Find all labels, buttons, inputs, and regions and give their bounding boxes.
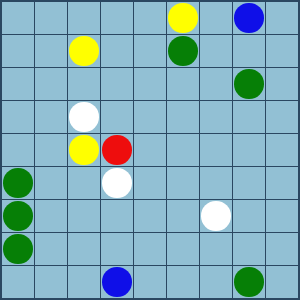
- cell-r6-c6[interactable]: [200, 200, 232, 232]
- piece-green[interactable]: [168, 36, 197, 65]
- cell-r4-c7[interactable]: [233, 134, 265, 166]
- cell-r7-c5[interactable]: [167, 233, 199, 265]
- cell-r1-c6[interactable]: [200, 35, 232, 67]
- cell-r0-c2[interactable]: [68, 2, 100, 34]
- cell-r0-c7[interactable]: [233, 2, 265, 34]
- cell-r2-c5[interactable]: [167, 68, 199, 100]
- cell-r7-c3[interactable]: [101, 233, 133, 265]
- cell-r3-c3[interactable]: [101, 101, 133, 133]
- cell-r4-c3[interactable]: [101, 134, 133, 166]
- piece-white[interactable]: [102, 168, 131, 197]
- cell-r3-c1[interactable]: [35, 101, 67, 133]
- cell-r5-c7[interactable]: [233, 167, 265, 199]
- piece-white[interactable]: [69, 102, 98, 131]
- cell-r1-c5[interactable]: [167, 35, 199, 67]
- cell-r2-c4[interactable]: [134, 68, 166, 100]
- cell-r5-c8[interactable]: [266, 167, 298, 199]
- cell-r6-c0[interactable]: [2, 200, 34, 232]
- cell-r5-c3[interactable]: [101, 167, 133, 199]
- cell-r1-c0[interactable]: [2, 35, 34, 67]
- cell-r2-c1[interactable]: [35, 68, 67, 100]
- cell-r7-c7[interactable]: [233, 233, 265, 265]
- cell-r2-c6[interactable]: [200, 68, 232, 100]
- cell-r0-c1[interactable]: [35, 2, 67, 34]
- cell-r0-c4[interactable]: [134, 2, 166, 34]
- cell-r5-c0[interactable]: [2, 167, 34, 199]
- cell-r5-c2[interactable]: [68, 167, 100, 199]
- cell-r8-c0[interactable]: [2, 266, 34, 298]
- cell-r4-c8[interactable]: [266, 134, 298, 166]
- cell-r8-c8[interactable]: [266, 266, 298, 298]
- cell-r0-c0[interactable]: [2, 2, 34, 34]
- cell-r7-c1[interactable]: [35, 233, 67, 265]
- cell-r7-c0[interactable]: [2, 233, 34, 265]
- cell-r3-c0[interactable]: [2, 101, 34, 133]
- piece-green[interactable]: [3, 234, 32, 263]
- piece-yellow[interactable]: [69, 36, 98, 65]
- piece-blue[interactable]: [234, 3, 263, 32]
- piece-white[interactable]: [201, 201, 230, 230]
- cell-r1-c2[interactable]: [68, 35, 100, 67]
- cell-r3-c4[interactable]: [134, 101, 166, 133]
- cell-r0-c5[interactable]: [167, 2, 199, 34]
- cell-r4-c0[interactable]: [2, 134, 34, 166]
- cell-r8-c6[interactable]: [200, 266, 232, 298]
- cell-r7-c8[interactable]: [266, 233, 298, 265]
- cell-r0-c3[interactable]: [101, 2, 133, 34]
- cell-r7-c2[interactable]: [68, 233, 100, 265]
- cell-r8-c5[interactable]: [167, 266, 199, 298]
- cell-r4-c6[interactable]: [200, 134, 232, 166]
- piece-red[interactable]: [102, 135, 131, 164]
- cell-r3-c7[interactable]: [233, 101, 265, 133]
- cell-r2-c3[interactable]: [101, 68, 133, 100]
- piece-green[interactable]: [3, 168, 32, 197]
- cell-r7-c6[interactable]: [200, 233, 232, 265]
- cell-r5-c6[interactable]: [200, 167, 232, 199]
- cell-r3-c5[interactable]: [167, 101, 199, 133]
- cell-r7-c4[interactable]: [134, 233, 166, 265]
- cell-r0-c8[interactable]: [266, 2, 298, 34]
- cell-r4-c1[interactable]: [35, 134, 67, 166]
- piece-yellow[interactable]: [69, 135, 98, 164]
- cell-r1-c3[interactable]: [101, 35, 133, 67]
- piece-green[interactable]: [3, 201, 32, 230]
- cell-r6-c7[interactable]: [233, 200, 265, 232]
- cell-r2-c7[interactable]: [233, 68, 265, 100]
- cell-r4-c2[interactable]: [68, 134, 100, 166]
- piece-green[interactable]: [234, 267, 263, 296]
- cell-r4-c5[interactable]: [167, 134, 199, 166]
- cell-r6-c3[interactable]: [101, 200, 133, 232]
- cell-r8-c7[interactable]: [233, 266, 265, 298]
- cell-r6-c4[interactable]: [134, 200, 166, 232]
- cell-r2-c0[interactable]: [2, 68, 34, 100]
- cell-r1-c1[interactable]: [35, 35, 67, 67]
- cell-r8-c1[interactable]: [35, 266, 67, 298]
- cell-r2-c2[interactable]: [68, 68, 100, 100]
- cell-r3-c6[interactable]: [200, 101, 232, 133]
- cell-r3-c2[interactable]: [68, 101, 100, 133]
- piece-blue[interactable]: [102, 267, 131, 296]
- cell-r6-c8[interactable]: [266, 200, 298, 232]
- cell-r8-c2[interactable]: [68, 266, 100, 298]
- cell-r6-c1[interactable]: [35, 200, 67, 232]
- cell-r4-c4[interactable]: [134, 134, 166, 166]
- cell-r3-c8[interactable]: [266, 101, 298, 133]
- game-board: [0, 0, 300, 300]
- cell-r1-c8[interactable]: [266, 35, 298, 67]
- piece-yellow[interactable]: [168, 3, 197, 32]
- cell-r1-c4[interactable]: [134, 35, 166, 67]
- cell-r0-c6[interactable]: [200, 2, 232, 34]
- cell-r6-c2[interactable]: [68, 200, 100, 232]
- cell-r6-c5[interactable]: [167, 200, 199, 232]
- cell-r1-c7[interactable]: [233, 35, 265, 67]
- cell-r5-c1[interactable]: [35, 167, 67, 199]
- cell-r5-c5[interactable]: [167, 167, 199, 199]
- cell-r5-c4[interactable]: [134, 167, 166, 199]
- piece-green[interactable]: [234, 69, 263, 98]
- cell-r2-c8[interactable]: [266, 68, 298, 100]
- cell-r8-c4[interactable]: [134, 266, 166, 298]
- cell-r8-c3[interactable]: [101, 266, 133, 298]
